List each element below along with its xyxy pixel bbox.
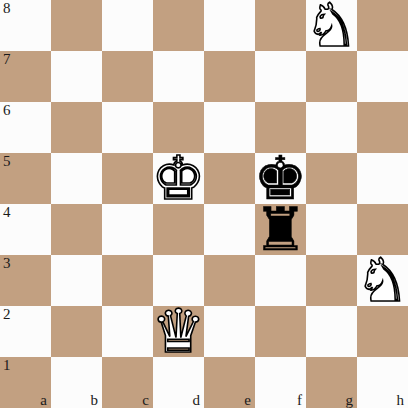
piece-white-knight-h3[interactable]: ♞: [357, 255, 408, 306]
square-g5[interactable]: [306, 153, 357, 204]
file-label-a: a: [40, 392, 47, 408]
square-f8[interactable]: [255, 0, 306, 51]
square-g3[interactable]: [306, 255, 357, 306]
square-g1[interactable]: g: [306, 357, 357, 408]
square-c1[interactable]: c: [102, 357, 153, 408]
square-a5[interactable]: 5: [0, 153, 51, 204]
square-a1[interactable]: 1a: [0, 357, 51, 408]
piece-white-queen-d2[interactable]: ♛: [153, 306, 204, 357]
rank-label-2: 2: [3, 306, 11, 323]
square-g8[interactable]: ♞: [306, 0, 357, 51]
square-a2[interactable]: 2: [0, 306, 51, 357]
rank-label-8: 8: [3, 0, 11, 17]
square-b3[interactable]: [51, 255, 102, 306]
square-b1[interactable]: b: [51, 357, 102, 408]
file-label-d: d: [193, 392, 201, 408]
square-b8[interactable]: [51, 0, 102, 51]
square-b4[interactable]: [51, 204, 102, 255]
file-label-b: b: [91, 392, 99, 408]
square-a8[interactable]: 8: [0, 0, 51, 51]
file-label-e: e: [244, 392, 251, 408]
square-c7[interactable]: [102, 51, 153, 102]
chess-board: 8♞765♚♚4♜3♞2♛1abcdefgh: [0, 0, 408, 408]
piece-black-rook-f4[interactable]: ♜: [255, 204, 306, 255]
square-h6[interactable]: [357, 102, 408, 153]
square-e4[interactable]: [204, 204, 255, 255]
square-h8[interactable]: [357, 0, 408, 51]
square-e8[interactable]: [204, 0, 255, 51]
square-b6[interactable]: [51, 102, 102, 153]
square-c6[interactable]: [102, 102, 153, 153]
square-e6[interactable]: [204, 102, 255, 153]
rank-label-7: 7: [3, 51, 11, 68]
piece-white-knight-g8[interactable]: ♞: [306, 0, 357, 51]
square-h7[interactable]: [357, 51, 408, 102]
file-label-f: f: [297, 392, 302, 408]
square-e7[interactable]: [204, 51, 255, 102]
rank-label-6: 6: [3, 102, 11, 119]
square-a7[interactable]: 7: [0, 51, 51, 102]
square-d2[interactable]: ♛: [153, 306, 204, 357]
square-c3[interactable]: [102, 255, 153, 306]
square-g6[interactable]: [306, 102, 357, 153]
square-h1[interactable]: h: [357, 357, 408, 408]
square-d8[interactable]: [153, 0, 204, 51]
file-label-h: h: [397, 392, 405, 408]
rank-label-4: 4: [3, 204, 11, 221]
square-f7[interactable]: [255, 51, 306, 102]
square-c8[interactable]: [102, 0, 153, 51]
square-a6[interactable]: 6: [0, 102, 51, 153]
square-g2[interactable]: [306, 306, 357, 357]
square-b7[interactable]: [51, 51, 102, 102]
square-c4[interactable]: [102, 204, 153, 255]
square-e3[interactable]: [204, 255, 255, 306]
square-f4[interactable]: ♜: [255, 204, 306, 255]
piece-white-king-d5[interactable]: ♚: [153, 153, 204, 204]
file-label-c: c: [142, 392, 149, 408]
square-d7[interactable]: [153, 51, 204, 102]
square-g4[interactable]: [306, 204, 357, 255]
square-h3[interactable]: ♞: [357, 255, 408, 306]
square-e5[interactable]: [204, 153, 255, 204]
square-f2[interactable]: [255, 306, 306, 357]
square-c5[interactable]: [102, 153, 153, 204]
square-b2[interactable]: [51, 306, 102, 357]
rank-label-5: 5: [3, 153, 11, 170]
rank-label-1: 1: [3, 357, 11, 374]
square-e1[interactable]: e: [204, 357, 255, 408]
square-h5[interactable]: [357, 153, 408, 204]
square-e2[interactable]: [204, 306, 255, 357]
square-c2[interactable]: [102, 306, 153, 357]
square-a3[interactable]: 3: [0, 255, 51, 306]
square-f1[interactable]: f: [255, 357, 306, 408]
file-label-g: g: [346, 392, 354, 408]
rank-label-3: 3: [3, 255, 11, 272]
square-a4[interactable]: 4: [0, 204, 51, 255]
square-d5[interactable]: ♚: [153, 153, 204, 204]
square-b5[interactable]: [51, 153, 102, 204]
